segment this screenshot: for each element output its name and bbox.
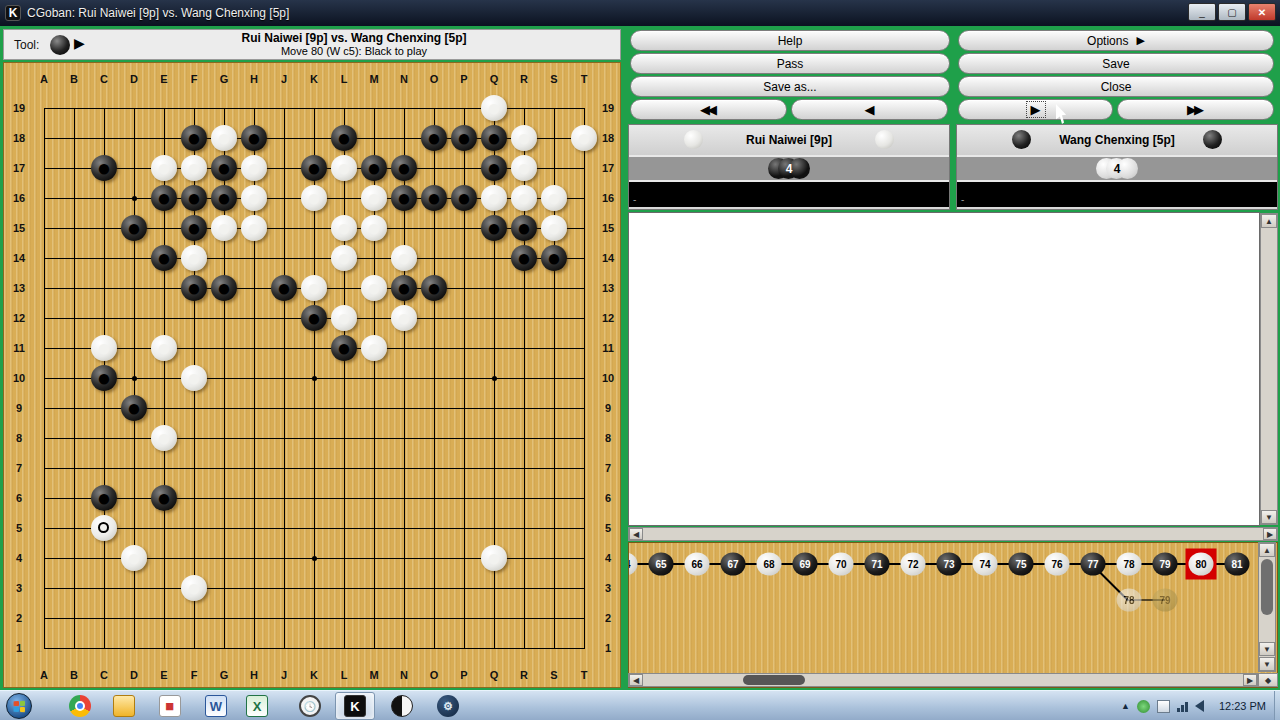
board-point-Q2[interactable] [479,603,509,633]
board-point-O4[interactable] [419,543,449,573]
board-point-K14[interactable] [299,243,329,273]
board-point-B9[interactable] [59,393,89,423]
board-point-J2[interactable] [269,603,299,633]
board-point-F16[interactable]: ● [179,183,209,213]
board-point-F2[interactable] [179,603,209,633]
board-point-S11[interactable] [539,333,569,363]
board-point-C15[interactable] [89,213,119,243]
board-point-P16[interactable]: ● [449,183,479,213]
board-point-M11[interactable]: ● [359,333,389,363]
board-point-R3[interactable] [509,573,539,603]
board-point-J12[interactable] [269,303,299,333]
board-point-A7[interactable] [29,453,59,483]
board-point-H3[interactable] [239,573,269,603]
board-point-D10[interactable] [119,363,149,393]
board-point-B7[interactable] [59,453,89,483]
board-point-E13[interactable] [149,273,179,303]
board-point-T15[interactable] [569,213,599,243]
board-point-B15[interactable] [59,213,89,243]
board-point-M16[interactable]: ● [359,183,389,213]
board-point-O7[interactable] [419,453,449,483]
board-point-R4[interactable] [509,543,539,573]
board-point-D9[interactable]: ● [119,393,149,423]
tree-node-move-65[interactable]: 65 [649,553,674,576]
board-point-D5[interactable] [119,513,149,543]
board-point-L11[interactable]: ● [329,333,359,363]
board-point-E2[interactable] [149,603,179,633]
board-point-R11[interactable] [509,333,539,363]
board-point-M12[interactable] [359,303,389,333]
taskbar-yin-yang-app-icon[interactable] [382,692,422,720]
board-point-G16[interactable]: ● [209,183,239,213]
board-point-P4[interactable] [449,543,479,573]
board-point-S2[interactable] [539,603,569,633]
board-point-J8[interactable] [269,423,299,453]
board-point-E11[interactable]: ● [149,333,179,363]
board-point-Q14[interactable] [479,243,509,273]
board-point-G6[interactable] [209,483,239,513]
board-point-B11[interactable] [59,333,89,363]
board-point-E10[interactable] [149,363,179,393]
board-point-R7[interactable] [509,453,539,483]
board-point-H11[interactable] [239,333,269,363]
board-point-A13[interactable] [29,273,59,303]
forward-button[interactable]: ▶ [958,99,1113,120]
board-point-P15[interactable] [449,213,479,243]
board-point-K9[interactable] [299,393,329,423]
board-point-F4[interactable] [179,543,209,573]
board-point-D4[interactable]: ● [119,543,149,573]
board-point-T16[interactable] [569,183,599,213]
board-point-N19[interactable] [389,93,419,123]
board-point-S18[interactable] [539,123,569,153]
board-point-L19[interactable] [329,93,359,123]
scroll-left-icon[interactable]: ◀ [629,528,643,540]
board-point-R18[interactable]: ● [509,123,539,153]
board-point-G5[interactable] [209,513,239,543]
tree-node-move-73[interactable]: 73 [937,553,962,576]
board-point-C14[interactable] [89,243,119,273]
board-point-G3[interactable] [209,573,239,603]
board-point-C17[interactable]: ● [89,153,119,183]
board-point-M9[interactable] [359,393,389,423]
board-point-O2[interactable] [419,603,449,633]
close-button[interactable]: ✕ [1248,3,1276,21]
board-point-P7[interactable] [449,453,479,483]
board-point-J6[interactable] [269,483,299,513]
board-point-O17[interactable] [419,153,449,183]
board-point-L17[interactable]: ● [329,153,359,183]
save-button[interactable]: Save [958,53,1274,74]
board-point-A11[interactable] [29,333,59,363]
board-point-D11[interactable] [119,333,149,363]
board-point-A15[interactable] [29,213,59,243]
board-point-K2[interactable] [299,603,329,633]
board-point-J16[interactable] [269,183,299,213]
board-point-K19[interactable] [299,93,329,123]
tree-node-move-72[interactable]: 72 [901,553,926,576]
board-point-K5[interactable] [299,513,329,543]
board-point-C13[interactable] [89,273,119,303]
comment-horizontal-scrollbar[interactable]: ◀ ▶ [628,527,1278,541]
taskbar-clock-app-icon[interactable]: 🕓 [290,692,330,720]
board-point-K18[interactable] [299,123,329,153]
board-point-G2[interactable] [209,603,239,633]
board-point-M18[interactable] [359,123,389,153]
board-point-M4[interactable] [359,543,389,573]
board-point-E8[interactable]: ● [149,423,179,453]
board-point-R15[interactable]: ● [509,213,539,243]
board-point-G10[interactable] [209,363,239,393]
board-point-L2[interactable] [329,603,359,633]
board-point-L8[interactable] [329,423,359,453]
board-point-Q3[interactable] [479,573,509,603]
board-point-J9[interactable] [269,393,299,423]
tree-variation-node-move-78[interactable]: 78 [1117,589,1142,612]
board-point-J4[interactable] [269,543,299,573]
fast-forward-button[interactable]: ▶▶ [1117,99,1274,120]
board-point-P14[interactable] [449,243,479,273]
board-point-O18[interactable]: ● [419,123,449,153]
board-point-A8[interactable] [29,423,59,453]
board-point-F9[interactable] [179,393,209,423]
board-point-F7[interactable] [179,453,209,483]
tree-variation-node-move-79[interactable]: 79 [1153,589,1178,612]
board-point-C18[interactable] [89,123,119,153]
board-point-S13[interactable] [539,273,569,303]
board-point-A6[interactable] [29,483,59,513]
board-point-M19[interactable] [359,93,389,123]
board-point-H8[interactable] [239,423,269,453]
board-point-A5[interactable] [29,513,59,543]
board-point-G11[interactable] [209,333,239,363]
board-point-P13[interactable] [449,273,479,303]
board-point-M8[interactable] [359,423,389,453]
board-point-S17[interactable] [539,153,569,183]
board-point-H1[interactable] [239,633,269,663]
board-point-E1[interactable] [149,633,179,663]
board-point-A17[interactable] [29,153,59,183]
board-point-L9[interactable] [329,393,359,423]
board-point-Q17[interactable]: ● [479,153,509,183]
board-point-T13[interactable] [569,273,599,303]
board-point-D3[interactable] [119,573,149,603]
board-point-N14[interactable]: ● [389,243,419,273]
tree-corner-button[interactable]: ◆ [1258,673,1278,687]
board-point-C6[interactable]: ● [89,483,119,513]
board-point-K6[interactable] [299,483,329,513]
board-point-C1[interactable] [89,633,119,663]
board-point-E7[interactable] [149,453,179,483]
board-point-C7[interactable] [89,453,119,483]
board-point-K13[interactable]: ● [299,273,329,303]
board-point-S15[interactable]: ● [539,213,569,243]
board-point-G12[interactable] [209,303,239,333]
board-point-N12[interactable]: ● [389,303,419,333]
comment-area[interactable] [628,212,1260,526]
board-point-M10[interactable] [359,363,389,393]
scroll-down-icon[interactable]: ▼ [1261,510,1277,524]
board-point-S19[interactable] [539,93,569,123]
board-point-L1[interactable] [329,633,359,663]
board-point-E3[interactable] [149,573,179,603]
close-game-button[interactable]: Close [958,76,1274,97]
board-point-L5[interactable] [329,513,359,543]
scroll-up-icon[interactable]: ▲ [1259,543,1275,557]
board-point-J5[interactable] [269,513,299,543]
tray-network-icon[interactable] [1177,700,1188,712]
pass-button[interactable]: Pass [630,53,950,74]
board-point-F1[interactable] [179,633,209,663]
tray-flag-icon[interactable] [1157,700,1170,713]
board-point-K11[interactable] [299,333,329,363]
board-point-Q7[interactable] [479,453,509,483]
board-point-D18[interactable] [119,123,149,153]
board-point-K3[interactable] [299,573,329,603]
board-point-Q1[interactable] [479,633,509,663]
board-point-S14[interactable]: ● [539,243,569,273]
board-point-B4[interactable] [59,543,89,573]
board-point-N1[interactable] [389,633,419,663]
board-point-N9[interactable] [389,393,419,423]
board-point-P6[interactable] [449,483,479,513]
tree-node-move-68[interactable]: 68 [757,553,782,576]
board-point-Q4[interactable]: ● [479,543,509,573]
back-button[interactable]: ◀ [791,99,948,120]
board-point-N8[interactable] [389,423,419,453]
tree-node-move-67[interactable]: 67 [721,553,746,576]
board-point-A16[interactable] [29,183,59,213]
show-desktop-button[interactable] [1274,691,1280,720]
board-point-N2[interactable] [389,603,419,633]
board-point-S10[interactable] [539,363,569,393]
board-point-L3[interactable] [329,573,359,603]
board-point-S8[interactable] [539,423,569,453]
board-point-A2[interactable] [29,603,59,633]
board-point-P1[interactable] [449,633,479,663]
board-point-M14[interactable] [359,243,389,273]
tree-vscroll-thumb[interactable] [1261,559,1273,615]
board-point-G8[interactable] [209,423,239,453]
scroll-right-icon[interactable]: ▶ [1243,674,1257,686]
rewind-button[interactable]: ◀◀ [630,99,787,120]
board-point-T9[interactable] [569,393,599,423]
board-point-M6[interactable] [359,483,389,513]
board-point-T2[interactable] [569,603,599,633]
board-point-N18[interactable] [389,123,419,153]
board-point-O11[interactable] [419,333,449,363]
board-point-L12[interactable]: ● [329,303,359,333]
help-button[interactable]: Help [630,30,950,51]
board-point-S3[interactable] [539,573,569,603]
board-point-J11[interactable] [269,333,299,363]
board-point-Q6[interactable] [479,483,509,513]
board-point-A18[interactable] [29,123,59,153]
board-point-J17[interactable] [269,153,299,183]
board-point-P8[interactable] [449,423,479,453]
board-point-Q5[interactable] [479,513,509,543]
board-point-N16[interactable]: ● [389,183,419,213]
board-point-G19[interactable] [209,93,239,123]
board-point-Q10[interactable] [479,363,509,393]
board-point-H17[interactable]: ● [239,153,269,183]
tree-node-move-78[interactable]: 78 [1117,553,1142,576]
board-point-Q12[interactable] [479,303,509,333]
board-point-E6[interactable]: ● [149,483,179,513]
tree-node-move-74[interactable]: 74 [973,553,998,576]
board-point-J10[interactable] [269,363,299,393]
restore-button[interactable]: ▢ [1218,3,1246,21]
tree-horizontal-scrollbar[interactable]: ◀ ▶ [628,673,1258,687]
board-point-M17[interactable]: ● [359,153,389,183]
board-point-F15[interactable]: ● [179,213,209,243]
board-point-D13[interactable] [119,273,149,303]
save-as-button[interactable]: Save as... [630,76,950,97]
board-point-F19[interactable] [179,93,209,123]
comment-vertical-scrollbar[interactable]: ▲ ▼ [1260,213,1278,525]
board-point-T7[interactable] [569,453,599,483]
board-point-F11[interactable] [179,333,209,363]
board-point-K12[interactable]: ● [299,303,329,333]
board-point-N4[interactable] [389,543,419,573]
board-point-S6[interactable] [539,483,569,513]
tool-stone-icon[interactable] [50,35,70,55]
board-point-S16[interactable]: ● [539,183,569,213]
board-point-L6[interactable] [329,483,359,513]
board-point-O6[interactable] [419,483,449,513]
board-point-R9[interactable] [509,393,539,423]
board-point-A10[interactable] [29,363,59,393]
board-point-S7[interactable] [539,453,569,483]
board-point-A12[interactable] [29,303,59,333]
board-point-E17[interactable]: ● [149,153,179,183]
board-point-Q18[interactable]: ● [479,123,509,153]
board-point-D1[interactable] [119,633,149,663]
board-point-P3[interactable] [449,573,479,603]
board-point-T6[interactable] [569,483,599,513]
board-point-N13[interactable]: ● [389,273,419,303]
board-point-E14[interactable]: ● [149,243,179,273]
board-point-L10[interactable] [329,363,359,393]
tree-node-move-80[interactable]: 80 [1189,553,1214,576]
tray-volume-icon[interactable] [1195,700,1204,712]
board-point-T11[interactable] [569,333,599,363]
board-point-T10[interactable] [569,363,599,393]
board-point-C19[interactable] [89,93,119,123]
board-point-B6[interactable] [59,483,89,513]
board-point-O5[interactable] [419,513,449,543]
board-point-S5[interactable] [539,513,569,543]
board-point-K16[interactable]: ● [299,183,329,213]
board-point-P19[interactable] [449,93,479,123]
board-point-F5[interactable] [179,513,209,543]
board-point-S4[interactable] [539,543,569,573]
board-point-R8[interactable] [509,423,539,453]
board-point-J18[interactable] [269,123,299,153]
board-point-Q9[interactable] [479,393,509,423]
board-point-A14[interactable] [29,243,59,273]
board-point-D8[interactable] [119,423,149,453]
board-point-A1[interactable] [29,633,59,663]
tree-node-move-70[interactable]: 70 [829,553,854,576]
board-point-G4[interactable] [209,543,239,573]
board-point-A19[interactable] [29,93,59,123]
board-point-C3[interactable] [89,573,119,603]
board-point-G1[interactable] [209,633,239,663]
board-point-D15[interactable]: ● [119,213,149,243]
start-button[interactable] [6,693,32,719]
board-point-R10[interactable] [509,363,539,393]
board-point-J1[interactable] [269,633,299,663]
board-point-N15[interactable] [389,213,419,243]
board-point-K17[interactable]: ● [299,153,329,183]
board-point-R2[interactable] [509,603,539,633]
board-point-L4[interactable] [329,543,359,573]
board-point-P10[interactable] [449,363,479,393]
board-point-G15[interactable]: ● [209,213,239,243]
board-point-H2[interactable] [239,603,269,633]
tree-node-move-64[interactable]: 64 [628,553,638,576]
tree-node-move-69[interactable]: 69 [793,553,818,576]
board-point-R6[interactable] [509,483,539,513]
board-point-B13[interactable] [59,273,89,303]
board-point-T3[interactable] [569,573,599,603]
title-bar[interactable]: K CGoban: Rui Naiwei [9p] vs. Wang Chenx… [0,0,1280,26]
board-point-F3[interactable]: ● [179,573,209,603]
board-point-O12[interactable] [419,303,449,333]
taskbar-word-icon[interactable]: W [196,692,236,720]
board-point-O15[interactable] [419,213,449,243]
board-point-L15[interactable]: ● [329,213,359,243]
board-point-L18[interactable]: ● [329,123,359,153]
board-point-O19[interactable] [419,93,449,123]
board-point-S12[interactable] [539,303,569,333]
board-point-C5[interactable]: ● [89,513,119,543]
tree-hscroll-thumb[interactable] [743,675,805,685]
board-point-O8[interactable] [419,423,449,453]
taskbar-chrome-icon[interactable] [60,692,100,720]
board-point-D6[interactable] [119,483,149,513]
board-point-R13[interactable] [509,273,539,303]
board-point-B14[interactable] [59,243,89,273]
board-point-F8[interactable] [179,423,209,453]
board-point-C10[interactable]: ● [89,363,119,393]
board-point-F13[interactable]: ● [179,273,209,303]
board-point-L14[interactable]: ● [329,243,359,273]
board-point-B17[interactable] [59,153,89,183]
board-point-N5[interactable] [389,513,419,543]
hidden-icons-button[interactable]: ▲ [1121,701,1130,711]
board-point-E18[interactable] [149,123,179,153]
board-point-T5[interactable] [569,513,599,543]
taskbar-explorer-icon[interactable] [104,692,144,720]
board-point-F17[interactable]: ● [179,153,209,183]
board-point-L7[interactable] [329,453,359,483]
board-point-M13[interactable]: ● [359,273,389,303]
board-point-B19[interactable] [59,93,89,123]
board-point-D7[interactable] [119,453,149,483]
board-point-P5[interactable] [449,513,479,543]
board-point-R1[interactable] [509,633,539,663]
board-point-Q15[interactable]: ● [479,213,509,243]
board-point-G13[interactable]: ● [209,273,239,303]
board-point-J7[interactable] [269,453,299,483]
board-point-E15[interactable] [149,213,179,243]
board-point-R5[interactable] [509,513,539,543]
minimize-button[interactable]: _ [1188,3,1216,21]
board-point-R12[interactable] [509,303,539,333]
board-point-S9[interactable] [539,393,569,423]
